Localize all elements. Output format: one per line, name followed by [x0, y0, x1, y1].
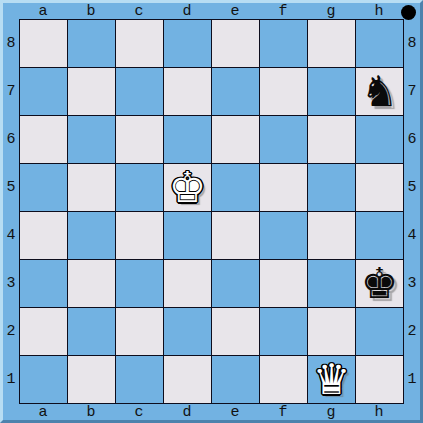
file-label-a-top: a	[19, 4, 67, 19]
square-e3[interactable]	[212, 260, 259, 307]
square-d2[interactable]	[164, 308, 211, 355]
square-b5[interactable]	[68, 164, 115, 211]
file-label-e-bottom: e	[211, 405, 259, 420]
square-e7[interactable]	[212, 68, 259, 115]
file-label-b-top: b	[67, 4, 115, 19]
rank-label-5-left: 5	[3, 164, 19, 211]
square-g6[interactable]	[308, 116, 355, 163]
square-d3[interactable]	[164, 260, 211, 307]
rank-label-2-left: 2	[3, 308, 19, 355]
square-a4[interactable]	[20, 212, 67, 259]
file-label-g-bottom: g	[307, 405, 355, 420]
square-h4[interactable]	[356, 212, 403, 259]
file-label-f-bottom: f	[259, 405, 307, 420]
square-e2[interactable]	[212, 308, 259, 355]
square-h5[interactable]	[356, 164, 403, 211]
square-h8[interactable]	[356, 20, 403, 67]
square-d8[interactable]	[164, 20, 211, 67]
file-label-h-top: h	[355, 4, 403, 19]
square-d1[interactable]	[164, 356, 211, 403]
file-label-d-bottom: d	[163, 405, 211, 420]
file-label-c-bottom: c	[115, 405, 163, 420]
square-c5[interactable]	[116, 164, 163, 211]
square-h6[interactable]	[356, 116, 403, 163]
rank-label-6-right: 6	[404, 116, 420, 163]
black-knight-piece[interactable]: ♞	[361, 68, 399, 115]
square-h7[interactable]: ♞	[356, 68, 403, 115]
rank-label-4-right: 4	[404, 212, 420, 259]
square-c4[interactable]	[116, 212, 163, 259]
square-f7[interactable]	[260, 68, 307, 115]
square-e6[interactable]	[212, 116, 259, 163]
square-f3[interactable]	[260, 260, 307, 307]
square-a5[interactable]	[20, 164, 67, 211]
square-e5[interactable]	[212, 164, 259, 211]
file-label-e-top: e	[211, 4, 259, 19]
square-a8[interactable]	[20, 20, 67, 67]
square-f2[interactable]	[260, 308, 307, 355]
square-f5[interactable]	[260, 164, 307, 211]
rank-label-3-left: 3	[3, 260, 19, 307]
square-d7[interactable]	[164, 68, 211, 115]
square-f8[interactable]	[260, 20, 307, 67]
square-g2[interactable]	[308, 308, 355, 355]
square-e8[interactable]	[212, 20, 259, 67]
square-b4[interactable]	[68, 212, 115, 259]
rank-label-6-left: 6	[3, 116, 19, 163]
rank-label-8-right: 8	[404, 20, 420, 67]
rank-label-1-left: 1	[3, 356, 19, 403]
chess-board-frame: ♞♚♚♛ aabbccddeeffgghh8877665544332211	[0, 0, 423, 423]
black-to-move-indicator	[401, 5, 416, 20]
square-g4[interactable]	[308, 212, 355, 259]
square-g8[interactable]	[308, 20, 355, 67]
square-g7[interactable]	[308, 68, 355, 115]
square-d4[interactable]	[164, 212, 211, 259]
board-grid: ♞♚♚♛	[19, 19, 404, 404]
square-c1[interactable]	[116, 356, 163, 403]
square-b8[interactable]	[68, 20, 115, 67]
square-c6[interactable]	[116, 116, 163, 163]
white-king-piece[interactable]: ♚	[169, 164, 207, 211]
square-b2[interactable]	[68, 308, 115, 355]
square-b1[interactable]	[68, 356, 115, 403]
square-e4[interactable]	[212, 212, 259, 259]
rank-label-5-right: 5	[404, 164, 420, 211]
file-label-f-top: f	[259, 4, 307, 19]
rank-label-3-right: 3	[404, 260, 420, 307]
square-c2[interactable]	[116, 308, 163, 355]
square-c8[interactable]	[116, 20, 163, 67]
file-label-d-top: d	[163, 4, 211, 19]
square-g5[interactable]	[308, 164, 355, 211]
file-label-h-bottom: h	[355, 405, 403, 420]
file-label-a-bottom: a	[19, 405, 67, 420]
square-a7[interactable]	[20, 68, 67, 115]
square-c7[interactable]	[116, 68, 163, 115]
square-h3[interactable]: ♚	[356, 260, 403, 307]
square-b6[interactable]	[68, 116, 115, 163]
square-g1[interactable]: ♛	[308, 356, 355, 403]
square-b7[interactable]	[68, 68, 115, 115]
square-e1[interactable]	[212, 356, 259, 403]
rank-label-7-right: 7	[404, 68, 420, 115]
square-a6[interactable]	[20, 116, 67, 163]
rank-label-7-left: 7	[3, 68, 19, 115]
square-a3[interactable]	[20, 260, 67, 307]
square-c3[interactable]	[116, 260, 163, 307]
square-h1[interactable]	[356, 356, 403, 403]
file-label-g-top: g	[307, 4, 355, 19]
square-g3[interactable]	[308, 260, 355, 307]
file-label-c-top: c	[115, 4, 163, 19]
white-queen-piece[interactable]: ♛	[313, 356, 351, 403]
square-b3[interactable]	[68, 260, 115, 307]
square-f4[interactable]	[260, 212, 307, 259]
square-d6[interactable]	[164, 116, 211, 163]
rank-label-2-right: 2	[404, 308, 420, 355]
black-king-piece[interactable]: ♚	[361, 260, 399, 307]
square-f1[interactable]	[260, 356, 307, 403]
rank-label-1-right: 1	[404, 356, 420, 403]
square-d5[interactable]: ♚	[164, 164, 211, 211]
rank-label-8-left: 8	[3, 20, 19, 67]
file-label-b-bottom: b	[67, 405, 115, 420]
rank-label-4-left: 4	[3, 212, 19, 259]
square-a2[interactable]	[20, 308, 67, 355]
square-a1[interactable]	[20, 356, 67, 403]
square-h2[interactable]	[356, 308, 403, 355]
square-f6[interactable]	[260, 116, 307, 163]
